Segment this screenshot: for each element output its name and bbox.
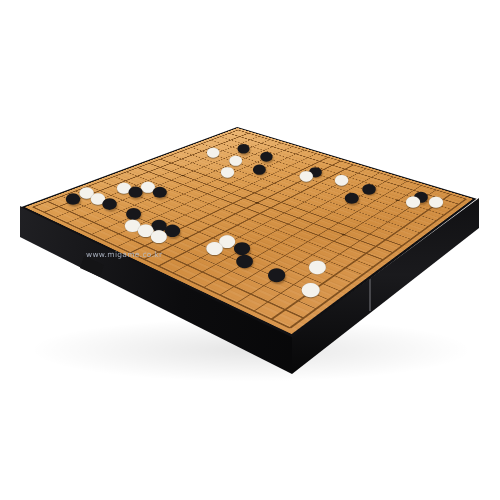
stone-white: ● bbox=[221, 168, 233, 178]
stone-white: ● bbox=[406, 197, 419, 207]
stone-black: ● bbox=[129, 187, 142, 197]
stone-black: ● bbox=[66, 193, 79, 204]
stone-black: ● bbox=[153, 187, 166, 197]
stone-black: ● bbox=[269, 268, 285, 281]
stone-black: ● bbox=[103, 197, 116, 208]
stone-white: ● bbox=[335, 175, 347, 185]
stone-black: ● bbox=[363, 183, 376, 193]
stone-white: ● bbox=[303, 282, 319, 295]
stone-black: ● bbox=[345, 193, 358, 203]
stone-white: ● bbox=[300, 171, 312, 181]
stone-white: ● bbox=[207, 148, 218, 157]
stone-black: ● bbox=[261, 151, 272, 160]
stone-white: ● bbox=[152, 230, 167, 242]
stone-black: ● bbox=[254, 163, 266, 173]
stone-black: ● bbox=[237, 254, 252, 266]
case-hinge-seam bbox=[369, 279, 371, 311]
stone-white: ● bbox=[310, 259, 326, 271]
go-board bbox=[21, 127, 477, 337]
product-photo: ●●●●●●●●●●●●●●●●●●●●●●●●●●●●●●●●●●● www.… bbox=[0, 0, 500, 500]
stone-white: ● bbox=[207, 241, 222, 253]
watermark: www.migame.co.kr bbox=[86, 250, 162, 259]
stone-white: ● bbox=[430, 197, 443, 207]
